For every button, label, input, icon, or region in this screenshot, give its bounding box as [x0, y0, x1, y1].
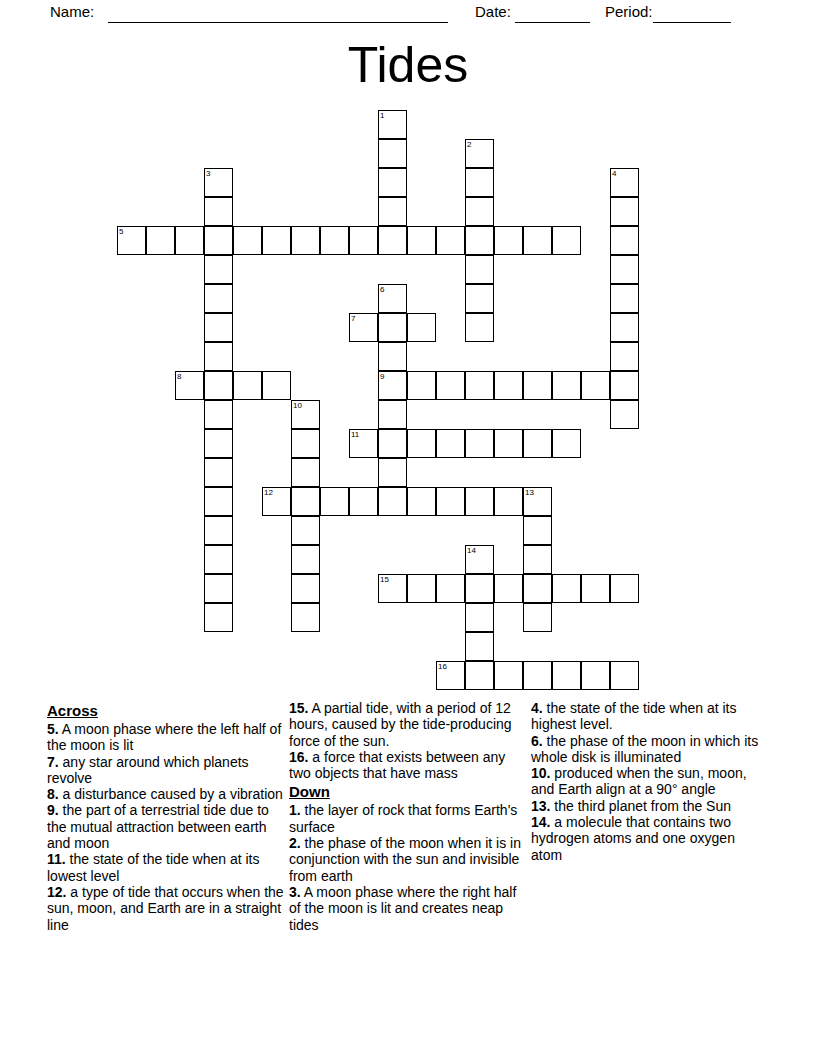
grid-cell[interactable] — [581, 371, 610, 400]
grid-cell[interactable] — [465, 632, 494, 661]
grid-cell[interactable] — [291, 458, 320, 487]
grid-cell[interactable] — [175, 226, 204, 255]
clue-number: 12. — [47, 884, 66, 900]
grid-cell[interactable] — [552, 429, 581, 458]
grid-cell[interactable]: 8 — [175, 371, 204, 400]
grid-cell[interactable]: 6 — [378, 284, 407, 313]
cell-number: 12 — [264, 488, 273, 497]
cell-number: 4 — [612, 169, 616, 178]
clue-number: 16. — [289, 749, 308, 765]
clue-across-5: 5. A moon phase where the left half of t… — [47, 721, 285, 754]
grid-cell[interactable] — [407, 226, 436, 255]
clue-down-4: 4. the state of the tide when at its hig… — [531, 700, 769, 733]
grid-cell[interactable] — [610, 574, 639, 603]
clue-number: 11. — [47, 851, 66, 867]
clue-across-16: 16. a force that exists between any two … — [289, 749, 527, 782]
grid-cell[interactable] — [407, 371, 436, 400]
grid-cell[interactable] — [523, 603, 552, 632]
grid-cell[interactable] — [320, 226, 349, 255]
grid-cell[interactable]: 13 — [523, 487, 552, 516]
grid-cell[interactable]: 5 — [117, 226, 146, 255]
clue-number: 14. — [531, 814, 550, 830]
grid-cell[interactable] — [320, 487, 349, 516]
grid-cell[interactable] — [204, 429, 233, 458]
clue-down-13: 13. the third planet from the Sun — [531, 798, 769, 814]
grid-cell[interactable]: 11 — [349, 429, 378, 458]
clue-down-1: 1. the layer of rock that forms Earth's … — [289, 802, 527, 835]
grid-cell[interactable] — [378, 139, 407, 168]
clue-across-8: 8. a disturbance caused by a vibration — [47, 786, 285, 802]
grid-cell[interactable] — [204, 371, 233, 400]
grid-cell[interactable] — [378, 487, 407, 516]
grid-cell[interactable] — [523, 516, 552, 545]
grid-cell[interactable] — [378, 168, 407, 197]
grid-cell[interactable] — [465, 313, 494, 342]
grid-cell[interactable] — [204, 458, 233, 487]
clue-number: 9. — [47, 802, 59, 818]
clue-column-2: 15. A partial tide, with a period of 12 … — [289, 700, 527, 933]
clue-down-14: 14. a molecule that contains two hydroge… — [531, 814, 769, 863]
grid-cell[interactable] — [523, 661, 552, 690]
date-blank-line[interactable] — [515, 2, 590, 23]
grid-cell[interactable] — [349, 226, 378, 255]
grid-cell[interactable]: 9 — [378, 371, 407, 400]
grid-cell[interactable]: 16 — [436, 661, 465, 690]
cell-number: 5 — [119, 227, 123, 236]
grid-cell[interactable] — [436, 226, 465, 255]
cell-number: 13 — [525, 488, 534, 497]
grid-cell[interactable] — [407, 429, 436, 458]
grid-cell[interactable] — [233, 371, 262, 400]
grid-cell[interactable] — [204, 255, 233, 284]
grid-cell[interactable] — [291, 429, 320, 458]
grid-cell[interactable] — [465, 197, 494, 226]
period-label: Period: — [605, 3, 653, 20]
grid-cell[interactable] — [378, 226, 407, 255]
grid-cell[interactable] — [262, 371, 291, 400]
grid-cell[interactable] — [494, 661, 523, 690]
grid-cell[interactable] — [523, 371, 552, 400]
cell-number: 7 — [351, 314, 355, 323]
grid-cell[interactable] — [291, 603, 320, 632]
grid-cell[interactable] — [552, 661, 581, 690]
grid-cell[interactable] — [610, 226, 639, 255]
grid-cell[interactable]: 10 — [291, 400, 320, 429]
grid-cell[interactable] — [204, 400, 233, 429]
clue-across-9: 9. the part of a terrestrial tide due to… — [47, 802, 285, 851]
name-blank-line[interactable] — [108, 2, 448, 23]
clue-number: 4. — [531, 700, 543, 716]
clue-across-7: 7. any star around which planets revolve — [47, 754, 285, 787]
grid-cell[interactable] — [204, 574, 233, 603]
cell-number: 10 — [293, 401, 302, 410]
grid-cell[interactable] — [291, 487, 320, 516]
grid-cell[interactable] — [494, 574, 523, 603]
period-blank-line[interactable] — [653, 2, 731, 23]
grid-cell[interactable] — [233, 226, 262, 255]
grid-cell[interactable] — [465, 429, 494, 458]
cell-number: 11 — [351, 430, 359, 439]
puzzle-title: Tides — [0, 36, 816, 94]
worksheet-page: Name: Date: Period: Tides 12345678910111… — [0, 0, 816, 1056]
clue-number: 6. — [531, 733, 543, 749]
grid-cell[interactable] — [291, 545, 320, 574]
clue-number: 13. — [531, 798, 550, 814]
grid-cell[interactable] — [262, 226, 291, 255]
grid-cell[interactable] — [436, 487, 465, 516]
grid-cell[interactable] — [465, 226, 494, 255]
grid-cell[interactable]: 2 — [465, 139, 494, 168]
grid-cell[interactable] — [610, 661, 639, 690]
grid-cell[interactable] — [523, 226, 552, 255]
clue-header-down: Down — [289, 781, 527, 802]
grid-cell[interactable] — [494, 371, 523, 400]
clue-number: 8. — [47, 786, 59, 802]
grid-cell[interactable] — [436, 371, 465, 400]
grid-cell[interactable] — [494, 487, 523, 516]
crossword-grid: 12345678910111213141516 — [117, 110, 639, 690]
grid-cell[interactable] — [610, 313, 639, 342]
grid-cell[interactable] — [378, 400, 407, 429]
name-label: Name: — [50, 3, 94, 20]
cell-number: 16 — [438, 662, 447, 671]
clue-header-across: Across — [47, 700, 285, 721]
grid-cell[interactable] — [204, 516, 233, 545]
grid-cell[interactable]: 15 — [378, 574, 407, 603]
grid-cell[interactable] — [465, 603, 494, 632]
cell-number: 2 — [467, 140, 471, 149]
grid-cell[interactable] — [204, 342, 233, 371]
grid-cell[interactable] — [610, 342, 639, 371]
grid-cell[interactable] — [204, 313, 233, 342]
clue-down-3: 3. A moon phase where the right half of … — [289, 884, 527, 933]
cell-number: 8 — [177, 372, 181, 381]
grid-cell[interactable] — [349, 487, 378, 516]
grid-cell[interactable] — [465, 371, 494, 400]
grid-cell[interactable] — [407, 313, 436, 342]
grid-cell[interactable] — [581, 574, 610, 603]
grid-cell[interactable] — [204, 197, 233, 226]
grid-cell[interactable]: 7 — [349, 313, 378, 342]
grid-cell[interactable] — [523, 429, 552, 458]
grid-cell[interactable] — [407, 574, 436, 603]
grid-cell[interactable] — [523, 574, 552, 603]
grid-cell[interactable]: 14 — [465, 545, 494, 574]
grid-cell[interactable] — [465, 168, 494, 197]
grid-cell[interactable] — [523, 545, 552, 574]
grid-cell[interactable] — [204, 603, 233, 632]
clue-number: 10. — [531, 765, 550, 781]
grid-cell[interactable]: 1 — [378, 110, 407, 139]
grid-cell[interactable] — [465, 487, 494, 516]
clue-column-3: 4. the state of the tide when at its hig… — [531, 700, 769, 863]
grid-cell[interactable] — [204, 487, 233, 516]
grid-cell[interactable] — [204, 226, 233, 255]
grid-cell[interactable] — [552, 371, 581, 400]
grid-cell[interactable] — [378, 342, 407, 371]
cell-number: 1 — [380, 111, 384, 120]
clue-number: 5. — [47, 721, 59, 737]
grid-cell[interactable] — [610, 255, 639, 284]
grid-cell[interactable] — [378, 197, 407, 226]
clue-across-15: 15. A partial tide, with a period of 12 … — [289, 700, 527, 749]
grid-cell[interactable]: 3 — [204, 168, 233, 197]
grid-cell[interactable] — [204, 545, 233, 574]
cell-number: 14 — [467, 546, 476, 555]
grid-cell[interactable] — [378, 313, 407, 342]
grid-cell[interactable] — [436, 429, 465, 458]
grid-cell[interactable] — [378, 429, 407, 458]
clue-across-11: 11. the state of the tide when at its lo… — [47, 851, 285, 884]
clue-number: 3. — [289, 884, 301, 900]
cell-number: 15 — [380, 575, 389, 584]
grid-cell[interactable] — [610, 400, 639, 429]
grid-cell[interactable]: 4 — [610, 168, 639, 197]
clue-down-10: 10. produced when the sun, moon, and Ear… — [531, 765, 769, 798]
grid-cell[interactable] — [291, 574, 320, 603]
clue-number: 1. — [289, 802, 301, 818]
grid-cell[interactable] — [378, 458, 407, 487]
grid-cell[interactable]: 12 — [262, 487, 291, 516]
grid-cell[interactable] — [610, 371, 639, 400]
grid-cell[interactable] — [146, 226, 175, 255]
grid-cell[interactable] — [581, 661, 610, 690]
grid-cell[interactable] — [465, 661, 494, 690]
grid-cell[interactable] — [291, 226, 320, 255]
grid-cell[interactable] — [494, 226, 523, 255]
grid-cell[interactable] — [610, 284, 639, 313]
date-label: Date: — [475, 3, 511, 20]
clue-down-6: 6. the phase of the moon in which its wh… — [531, 733, 769, 766]
grid-cell[interactable] — [407, 487, 436, 516]
cell-number: 9 — [380, 372, 384, 381]
grid-cell[interactable] — [552, 226, 581, 255]
cell-number: 3 — [206, 169, 210, 178]
grid-cell[interactable] — [291, 516, 320, 545]
clue-across-12: 12. a type of tide that occurs when the … — [47, 884, 285, 933]
grid-cell[interactable] — [610, 197, 639, 226]
grid-cell[interactable] — [494, 429, 523, 458]
clue-number: 2. — [289, 835, 301, 851]
grid-cell[interactable] — [436, 574, 465, 603]
grid-cell[interactable] — [465, 255, 494, 284]
clue-down-2: 2. the phase of the moon when it is in c… — [289, 835, 527, 884]
cell-number: 6 — [380, 285, 384, 294]
grid-cell[interactable] — [204, 284, 233, 313]
grid-cell[interactable] — [465, 574, 494, 603]
clue-number: 7. — [47, 754, 59, 770]
grid-cell[interactable] — [552, 574, 581, 603]
clue-column-1: Across5. A moon phase where the left hal… — [47, 700, 285, 933]
clue-number: 15. — [289, 700, 308, 716]
grid-cell[interactable] — [465, 284, 494, 313]
